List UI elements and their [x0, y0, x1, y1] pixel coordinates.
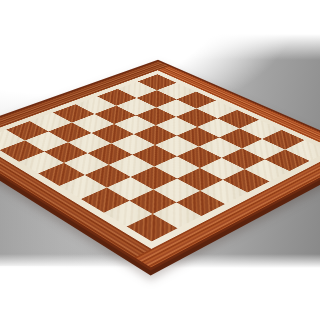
- product-photo-stage: [0, 0, 320, 320]
- chess-board: [0, 60, 320, 271]
- board-thickness-shadow: [0, 0, 320, 320]
